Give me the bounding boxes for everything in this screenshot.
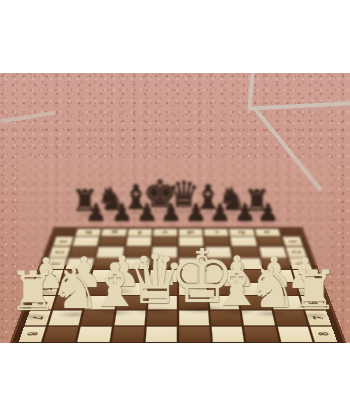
photo-area: hgfedcba1122334455667788hgfedcba ♜♞♝♚♛♝♞… [0,73,350,343]
white-band-top [0,0,350,73]
rank-label-right-text: 8 [315,332,331,336]
square-b8 [245,326,279,342]
chess-set-photo: hgfedcba1122334455667788hgfedcba ♜♞♝♚♛♝♞… [0,0,350,415]
square-c8 [212,326,245,342]
rank-label-right: 8 [310,326,337,342]
white-band-bottom [0,343,350,415]
square-e8 [145,326,176,342]
square-a8 [277,326,312,342]
rank-label-left-text: 8 [25,332,41,336]
square-g8 [78,326,112,342]
piece-white-rook-a8: ♜ [290,264,338,318]
rank-label-left: 8 [19,326,46,342]
square-h8 [44,326,79,342]
square-f8 [111,326,144,342]
square-d8 [179,326,210,342]
